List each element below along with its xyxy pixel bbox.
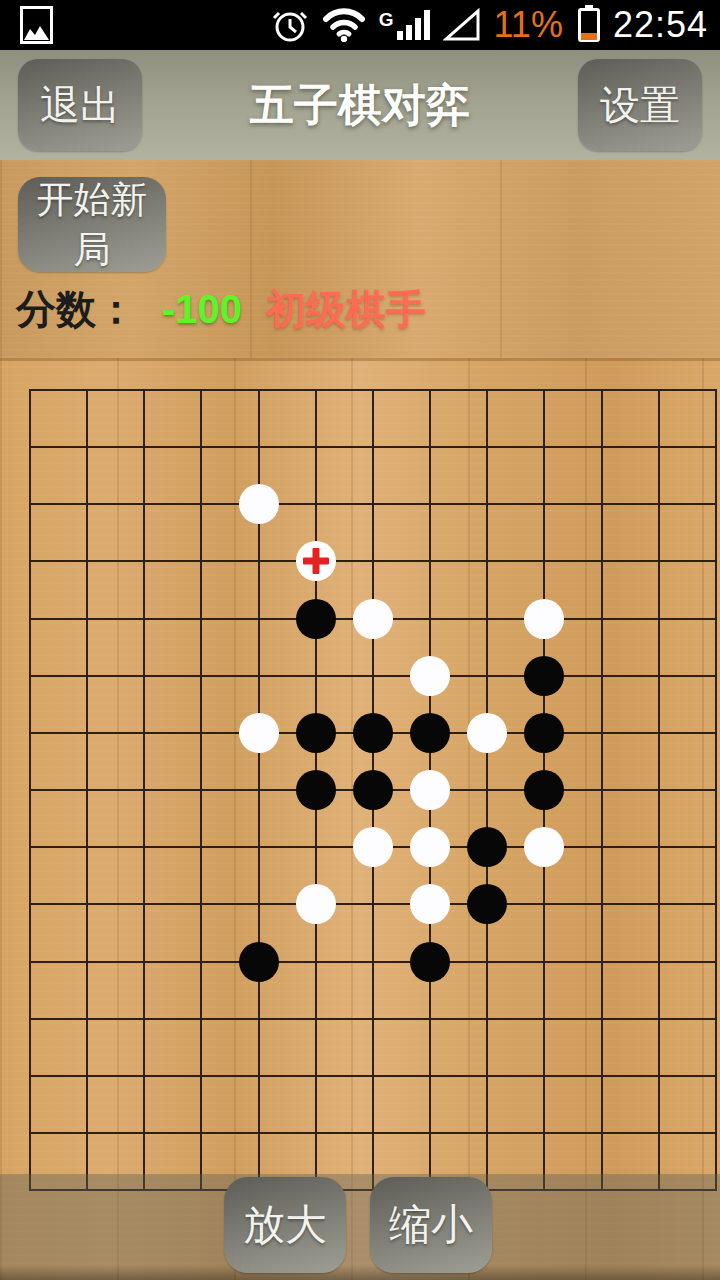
last-move-marker [312, 548, 319, 574]
board-cell[interactable] [658, 1018, 715, 1075]
black-stone [410, 942, 450, 982]
board-cell[interactable] [86, 618, 143, 675]
board-cell[interactable] [143, 675, 200, 732]
board-cell[interactable] [29, 1075, 86, 1132]
board-cell[interactable] [200, 1075, 257, 1132]
title-bar: 退出 五子棋对弈 设置 [0, 50, 720, 160]
board-cell[interactable] [658, 446, 715, 503]
board-cell[interactable] [600, 560, 657, 617]
board-cell[interactable] [258, 1018, 315, 1075]
board-cell[interactable] [543, 1018, 600, 1075]
board-cell[interactable] [658, 1075, 715, 1132]
board-cell[interactable] [86, 1018, 143, 1075]
wifi-icon [322, 8, 366, 42]
board-cell[interactable] [86, 960, 143, 1017]
app-screen: G 11% 22:54 退出 五子棋对弈 设置 开始新局 分数： -100 初级… [0, 0, 720, 1280]
white-stone [410, 770, 450, 810]
board-cell[interactable] [658, 846, 715, 903]
board-cell[interactable] [86, 675, 143, 732]
board-cell[interactable] [658, 675, 715, 732]
board-cell[interactable] [486, 446, 543, 503]
board-cell[interactable] [143, 503, 200, 560]
board-cell[interactable] [486, 1075, 543, 1132]
board-cell[interactable] [143, 732, 200, 789]
board-cell[interactable] [315, 960, 372, 1017]
exit-button[interactable]: 退出 [18, 59, 142, 151]
zoom-out-button[interactable]: 缩小 [370, 1177, 492, 1273]
white-stone-last-move [296, 541, 336, 581]
board-cell[interactable] [658, 732, 715, 789]
black-stone [353, 713, 393, 753]
black-stone [353, 770, 393, 810]
white-stone [524, 599, 564, 639]
board-cell[interactable] [600, 789, 657, 846]
board-cell[interactable] [86, 446, 143, 503]
white-stone [239, 713, 279, 753]
board-cell[interactable] [143, 789, 200, 846]
board-cell[interactable] [29, 389, 86, 446]
board-cell[interactable] [600, 675, 657, 732]
board-cell[interactable] [29, 675, 86, 732]
white-stone [353, 599, 393, 639]
board-cell[interactable] [600, 732, 657, 789]
board-cell[interactable] [486, 389, 543, 446]
board-cell[interactable] [86, 1075, 143, 1132]
board-cell[interactable] [29, 846, 86, 903]
score-line: 分数： -100 初级棋手 [16, 282, 426, 337]
board-cell[interactable] [372, 503, 429, 560]
board-cell[interactable] [429, 503, 486, 560]
data-triangle-icon [443, 8, 481, 42]
black-stone [296, 713, 336, 753]
board-cell[interactable] [315, 389, 372, 446]
board-cell[interactable] [543, 1075, 600, 1132]
board-cell[interactable] [600, 903, 657, 960]
new-game-button[interactable]: 开始新局 [18, 177, 166, 272]
white-stone [353, 827, 393, 867]
board-cell[interactable] [258, 1075, 315, 1132]
zoom-in-button[interactable]: 放大 [224, 1177, 346, 1273]
white-stone [410, 884, 450, 924]
clock-label: 22:54 [613, 4, 708, 46]
white-stone [239, 484, 279, 524]
black-stone [239, 942, 279, 982]
board-area [0, 358, 720, 1280]
board-cell[interactable] [143, 903, 200, 960]
settings-button[interactable]: 设置 [578, 59, 702, 151]
battery-icon [578, 8, 600, 42]
board-cell[interactable] [429, 560, 486, 617]
board-cell[interactable] [486, 960, 543, 1017]
board-cell[interactable] [143, 618, 200, 675]
zoom-bar: 放大 缩小 [0, 1174, 720, 1280]
white-stone [524, 827, 564, 867]
board-cell[interactable] [29, 618, 86, 675]
board-cell[interactable] [29, 446, 86, 503]
board-cell[interactable] [200, 1018, 257, 1075]
black-stone [467, 827, 507, 867]
rank-label: 初级棋手 [266, 282, 426, 337]
board-cell[interactable] [372, 446, 429, 503]
board-cell[interactable] [86, 732, 143, 789]
signal-bars-icon: G [379, 10, 430, 40]
black-stone [524, 656, 564, 696]
board-cell[interactable] [86, 503, 143, 560]
board-cell[interactable] [29, 560, 86, 617]
board-cell[interactable] [429, 389, 486, 446]
board-cell[interactable] [543, 960, 600, 1017]
board-cell[interactable] [29, 789, 86, 846]
board-cell[interactable] [200, 560, 257, 617]
white-stone [296, 884, 336, 924]
board-cell[interactable] [600, 1018, 657, 1075]
black-stone [410, 713, 450, 753]
game-panel: 开始新局 分数： -100 初级棋手 [0, 160, 720, 358]
board-cell[interactable] [86, 789, 143, 846]
board-cell[interactable] [658, 389, 715, 446]
board-cell[interactable] [429, 1018, 486, 1075]
board-cell[interactable] [543, 903, 600, 960]
board-cell[interactable] [372, 1075, 429, 1132]
black-stone [467, 884, 507, 924]
board-cell[interactable] [658, 903, 715, 960]
board-cell[interactable] [29, 732, 86, 789]
board-cell[interactable] [315, 1075, 372, 1132]
board-cell[interactable] [143, 389, 200, 446]
board-cell[interactable] [600, 618, 657, 675]
white-stone [410, 827, 450, 867]
alarm-icon [271, 6, 309, 44]
network-type-label: G [379, 9, 394, 31]
board-cell[interactable] [543, 503, 600, 560]
score-value: -100 [162, 287, 242, 332]
score-label: 分数： [16, 282, 136, 337]
white-stone [410, 656, 450, 696]
board-cell[interactable] [86, 903, 143, 960]
board-cell[interactable] [143, 560, 200, 617]
board-cell[interactable] [143, 960, 200, 1017]
board-cell[interactable] [600, 389, 657, 446]
board-cell[interactable] [143, 1075, 200, 1132]
board-cell[interactable] [29, 503, 86, 560]
board-cell[interactable] [658, 789, 715, 846]
board-cell[interactable] [200, 618, 257, 675]
board-cell[interactable] [658, 960, 715, 1017]
board-cell[interactable] [143, 446, 200, 503]
board-cell[interactable] [543, 389, 600, 446]
board-cell[interactable] [600, 960, 657, 1017]
white-stone [467, 713, 507, 753]
board-cell[interactable] [486, 1018, 543, 1075]
board-cell[interactable] [86, 389, 143, 446]
screenshot-icon [20, 6, 53, 44]
board-cell[interactable] [486, 503, 543, 560]
black-stone [524, 713, 564, 753]
board-cell[interactable] [429, 1075, 486, 1132]
board-cell[interactable] [315, 446, 372, 503]
board-cell[interactable] [86, 846, 143, 903]
board-cell[interactable] [429, 446, 486, 503]
board-grid[interactable] [29, 389, 717, 1191]
board-cell[interactable] [258, 389, 315, 446]
board-cell[interactable] [143, 846, 200, 903]
board-cell[interactable] [143, 1018, 200, 1075]
board-cell[interactable] [29, 1018, 86, 1075]
black-stone [296, 599, 336, 639]
battery-percent-label: 11% [494, 7, 563, 43]
board-cell[interactable] [372, 1018, 429, 1075]
black-stone [524, 770, 564, 810]
board-cell[interactable] [86, 560, 143, 617]
black-stone [296, 770, 336, 810]
board-cell[interactable] [658, 560, 715, 617]
board-cell[interactable] [658, 618, 715, 675]
board-cell[interactable] [372, 389, 429, 446]
board-cell[interactable] [200, 389, 257, 446]
status-bar: G 11% 22:54 [0, 0, 720, 50]
board-cell[interactable] [658, 503, 715, 560]
board-cell[interactable] [600, 846, 657, 903]
board-cell[interactable] [543, 446, 600, 503]
board-cell[interactable] [29, 960, 86, 1017]
board-cell[interactable] [200, 846, 257, 903]
board-cell[interactable] [600, 446, 657, 503]
board-cell[interactable] [29, 903, 86, 960]
board-cell[interactable] [315, 1018, 372, 1075]
board-cell[interactable] [200, 789, 257, 846]
board-cell[interactable] [600, 503, 657, 560]
page-title: 五子棋对弈 [250, 76, 470, 135]
board-cell[interactable] [600, 1075, 657, 1132]
